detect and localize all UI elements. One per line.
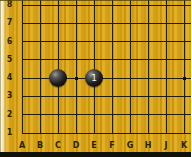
row-label: 2 [3,111,16,119]
column-label: G [124,142,136,150]
board-bottom-bar [0,152,191,157]
go-board-surface[interactable]: ABCDEFGHJK123456781 [0,0,191,157]
grid-line-horizontal [22,41,192,42]
column-label: H [142,142,154,150]
grid-line-horizontal [22,133,192,134]
row-label: 4 [3,74,16,82]
grid-line-horizontal [22,23,192,24]
row-label: 7 [3,19,16,27]
grid-line-horizontal [22,59,192,60]
column-label: K [178,142,190,150]
stone-move-number: 1 [91,74,97,83]
column-label: E [88,142,100,150]
grid-line-horizontal [22,5,192,6]
column-label: J [160,142,172,150]
grid-line-horizontal [22,114,192,115]
row-label: 1 [3,129,16,137]
row-label: 6 [3,38,16,46]
stone-black-e4: 1 [85,69,103,87]
column-label: B [34,142,46,150]
grid-line-horizontal [22,96,192,97]
star-point [75,77,78,80]
stone-black-c4 [49,69,67,87]
grid-line-horizontal [22,78,192,79]
column-label: F [106,142,118,150]
column-label: C [52,142,64,150]
go-client-window: ABCDEFGHJK123456781 [0,0,191,157]
row-label: 5 [3,56,16,64]
row-label: 8 [3,1,16,9]
star-point [183,77,186,80]
row-label: 3 [3,92,16,100]
column-label: D [70,142,82,150]
column-label: A [16,142,28,150]
